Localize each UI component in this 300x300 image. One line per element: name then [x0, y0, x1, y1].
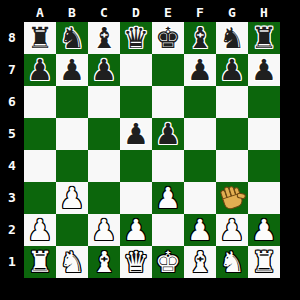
- black-pawn-piece: ♟: [88, 54, 120, 86]
- black-king-piece: ♚: [152, 22, 184, 54]
- file-label-f: F: [184, 5, 216, 21]
- black-bishop-piece: ♝: [88, 22, 120, 54]
- square-g8[interactable]: ♞: [216, 22, 248, 54]
- square-e3[interactable]: ♟: [152, 182, 184, 214]
- square-a7[interactable]: ♟: [24, 54, 56, 86]
- square-d2[interactable]: ♟: [120, 214, 152, 246]
- square-h7[interactable]: ♟: [248, 54, 280, 86]
- square-a6[interactable]: [24, 86, 56, 118]
- square-e2[interactable]: [152, 214, 184, 246]
- square-g2[interactable]: ♟: [216, 214, 248, 246]
- square-a1[interactable]: ♜: [24, 246, 56, 278]
- file-label-h: H: [248, 5, 280, 21]
- rank-label-8: 8: [3, 22, 21, 54]
- rank-label-5: 5: [3, 118, 21, 150]
- black-pawn-piece: ♟: [248, 54, 280, 86]
- white-pawn-piece: ♟: [152, 182, 184, 214]
- black-pawn-piece: ♟: [24, 54, 56, 86]
- square-f1[interactable]: ♝: [184, 246, 216, 278]
- white-queen-piece: ♛: [120, 246, 152, 278]
- white-pawn-piece: ♟: [184, 214, 216, 246]
- file-label-g: G: [216, 5, 248, 21]
- rank-label-3: 3: [3, 182, 21, 214]
- square-b5[interactable]: [56, 118, 88, 150]
- black-pawn-piece: ♟: [152, 118, 184, 150]
- file-label-d: D: [120, 5, 152, 21]
- square-b2[interactable]: [56, 214, 88, 246]
- white-pawn-piece: ♟: [88, 214, 120, 246]
- square-g1[interactable]: ♞: [216, 246, 248, 278]
- square-d4[interactable]: [120, 150, 152, 182]
- file-label-e: E: [152, 5, 184, 21]
- square-d1[interactable]: ♛: [120, 246, 152, 278]
- square-h4[interactable]: [248, 150, 280, 182]
- white-pawn-piece: ♟: [56, 182, 88, 214]
- black-rook-piece: ♜: [248, 22, 280, 54]
- white-bishop-piece: ♝: [184, 246, 216, 278]
- square-g5[interactable]: [216, 118, 248, 150]
- white-knight-piece: ♞: [56, 246, 88, 278]
- square-h1[interactable]: ♜: [248, 246, 280, 278]
- square-a8[interactable]: ♜: [24, 22, 56, 54]
- square-c3[interactable]: [88, 182, 120, 214]
- black-knight-piece: ♞: [56, 22, 88, 54]
- square-a4[interactable]: [24, 150, 56, 182]
- rank-label-1: 1: [3, 246, 21, 278]
- white-pawn-piece: ♟: [216, 214, 248, 246]
- square-d8[interactable]: ♛: [120, 22, 152, 54]
- square-e4[interactable]: [152, 150, 184, 182]
- square-b4[interactable]: [56, 150, 88, 182]
- square-b1[interactable]: ♞: [56, 246, 88, 278]
- square-c2[interactable]: ♟: [88, 214, 120, 246]
- square-e5[interactable]: ♟: [152, 118, 184, 150]
- black-pawn-piece: ♟: [184, 54, 216, 86]
- square-h2[interactable]: ♟: [248, 214, 280, 246]
- white-pawn-piece: ♟: [24, 214, 56, 246]
- square-f6[interactable]: [184, 86, 216, 118]
- rank-label-2: 2: [3, 214, 21, 246]
- square-f7[interactable]: ♟: [184, 54, 216, 86]
- square-c6[interactable]: [88, 86, 120, 118]
- white-king-piece: ♚: [152, 246, 184, 278]
- square-e6[interactable]: [152, 86, 184, 118]
- file-label-b: B: [56, 5, 88, 21]
- rank-labels: 87654321: [3, 22, 21, 278]
- square-c5[interactable]: [88, 118, 120, 150]
- file-labels: ABCDEFGH: [24, 5, 280, 21]
- white-knight-piece: ♞: [216, 246, 248, 278]
- black-pawn-piece: ♟: [216, 54, 248, 86]
- square-b3[interactable]: ♟: [56, 182, 88, 214]
- square-d6[interactable]: [120, 86, 152, 118]
- white-pawn-piece: ♟: [248, 214, 280, 246]
- square-b8[interactable]: ♞: [56, 22, 88, 54]
- square-e1[interactable]: ♚: [152, 246, 184, 278]
- square-f3[interactable]: [184, 182, 216, 214]
- square-g3[interactable]: [216, 182, 248, 214]
- square-c7[interactable]: ♟: [88, 54, 120, 86]
- square-e7[interactable]: [152, 54, 184, 86]
- square-b7[interactable]: ♟: [56, 54, 88, 86]
- square-a2[interactable]: ♟: [24, 214, 56, 246]
- black-rook-piece: ♜: [24, 22, 56, 54]
- square-g6[interactable]: [216, 86, 248, 118]
- black-pawn-piece: ♟: [56, 54, 88, 86]
- square-d7[interactable]: [120, 54, 152, 86]
- black-bishop-piece: ♝: [184, 22, 216, 54]
- square-f2[interactable]: ♟: [184, 214, 216, 246]
- rank-label-6: 6: [3, 86, 21, 118]
- square-c1[interactable]: ♝: [88, 246, 120, 278]
- white-rook-piece: ♜: [248, 246, 280, 278]
- square-f5[interactable]: [184, 118, 216, 150]
- file-label-a: A: [24, 5, 56, 21]
- black-queen-piece: ♛: [120, 22, 152, 54]
- square-c4[interactable]: [88, 150, 120, 182]
- square-d5[interactable]: ♟: [120, 118, 152, 150]
- square-a3[interactable]: [24, 182, 56, 214]
- square-d3[interactable]: [120, 182, 152, 214]
- white-rook-piece: ♜: [24, 246, 56, 278]
- black-knight-piece: ♞: [216, 22, 248, 54]
- square-h5[interactable]: [248, 118, 280, 150]
- square-f8[interactable]: ♝: [184, 22, 216, 54]
- square-b6[interactable]: [56, 86, 88, 118]
- white-pawn-piece: ♟: [120, 214, 152, 246]
- white-bishop-piece: ♝: [88, 246, 120, 278]
- file-label-c: C: [88, 5, 120, 21]
- square-c8[interactable]: ♝: [88, 22, 120, 54]
- rank-label-7: 7: [3, 54, 21, 86]
- square-e8[interactable]: ♚: [152, 22, 184, 54]
- square-g4[interactable]: [216, 150, 248, 182]
- square-a5[interactable]: [24, 118, 56, 150]
- black-pawn-piece: ♟: [120, 118, 152, 150]
- chess-game-screen: ABCDEFGH 87654321 ♜♞♝♛♚♝♞♜♟♟♟♟♟♟♟♟♟♟♟♟♟♟…: [0, 0, 300, 300]
- chess-board: ♜♞♝♛♚♝♞♜♟♟♟♟♟♟♟♟♟♟♟♟♟♟♟♟♜♞♝♛♚♝♞♜: [24, 22, 280, 278]
- rank-label-4: 4: [3, 150, 21, 182]
- square-h3[interactable]: [248, 182, 280, 214]
- square-f4[interactable]: [184, 150, 216, 182]
- square-h8[interactable]: ♜: [248, 22, 280, 54]
- square-h6[interactable]: [248, 86, 280, 118]
- square-g7[interactable]: ♟: [216, 54, 248, 86]
